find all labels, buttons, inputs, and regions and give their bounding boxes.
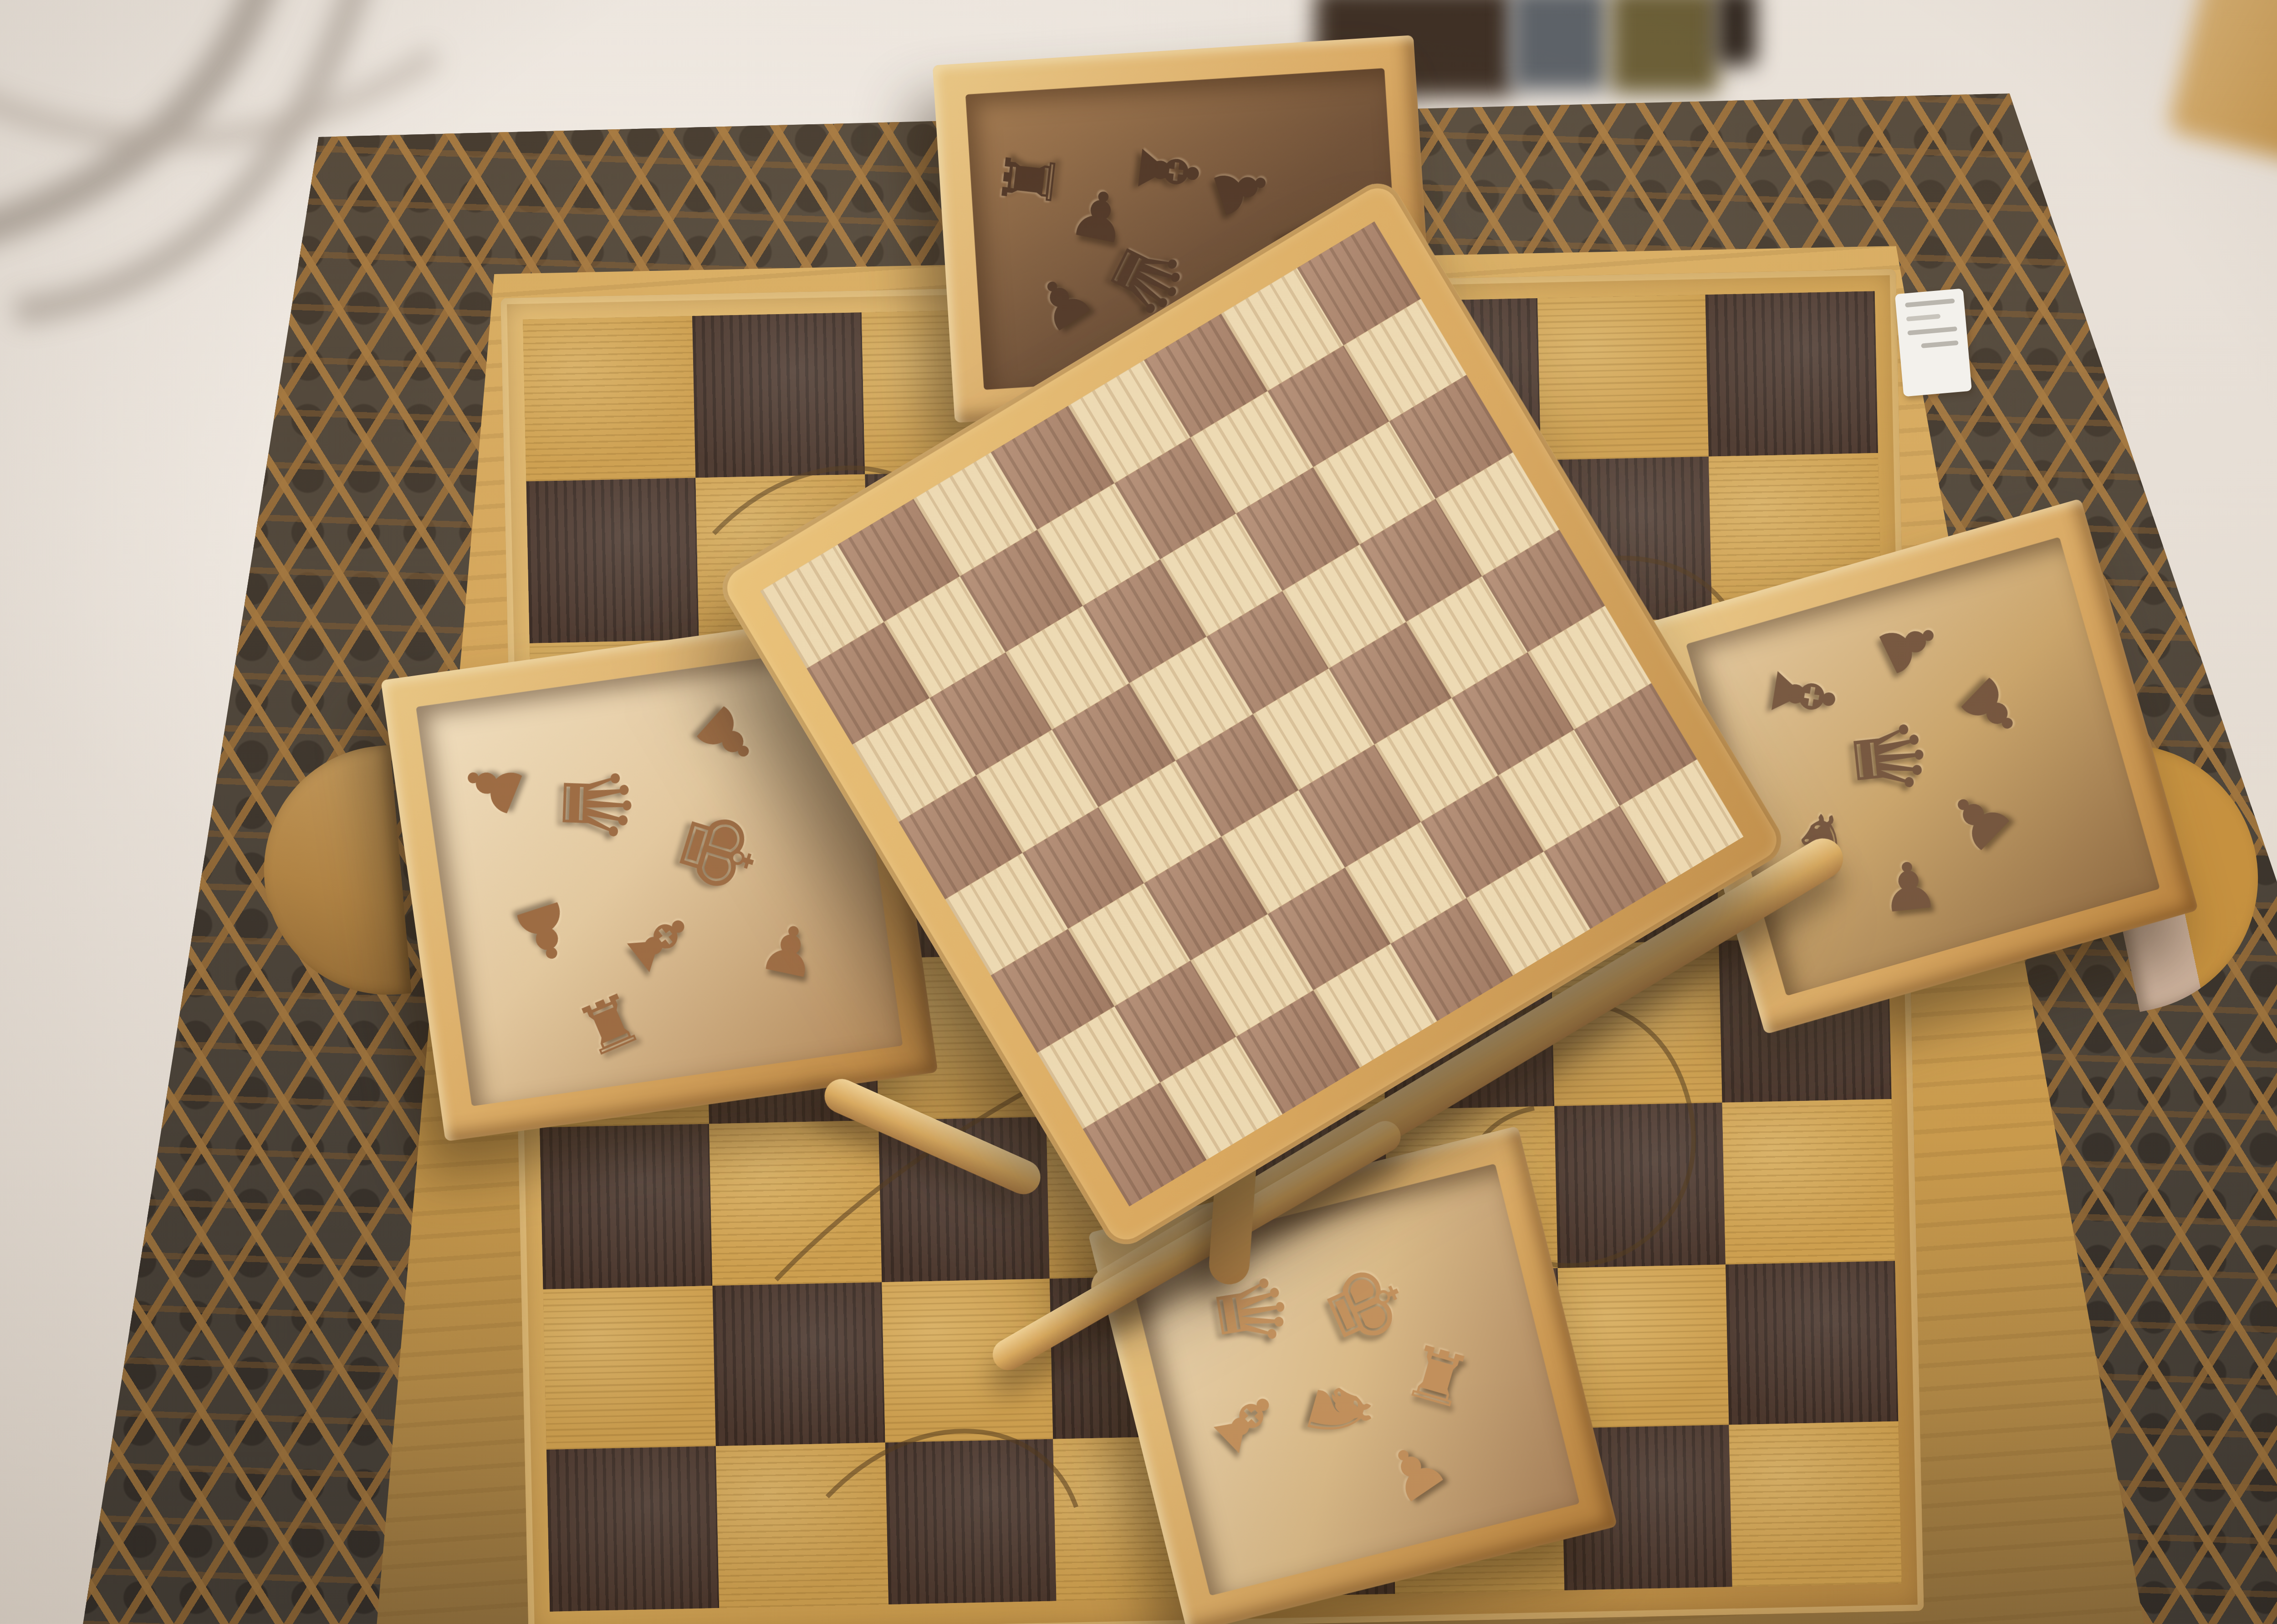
chess-piece-pawn[interactable]: ♟ <box>1022 260 1103 343</box>
blurred-background-object <box>1716 0 1756 66</box>
scene: ♜♟♝♟♛♟♞♟ ♟♛♟♚♟♝♟♜ ♝♟♛♟♞♟♟ ♛♚♝♞♜♟ <box>0 0 2277 1624</box>
board-square[interactable] <box>523 316 695 481</box>
board-square[interactable] <box>715 1443 888 1608</box>
chess-piece-queen[interactable]: ♛ <box>1199 1264 1300 1359</box>
chess-piece-bishop[interactable]: ♝ <box>1123 130 1212 211</box>
chess-piece-pawn[interactable]: ♟ <box>682 691 774 782</box>
chess-piece-rook[interactable]: ♜ <box>992 145 1067 214</box>
chess-piece-king[interactable]: ♚ <box>1306 1247 1425 1362</box>
chess-piece-pawn[interactable]: ♟ <box>1877 853 1942 924</box>
price-label <box>1895 288 1972 397</box>
board-square[interactable] <box>1722 1099 1894 1264</box>
board-square[interactable] <box>1537 295 1709 460</box>
chess-piece-bishop[interactable]: ♝ <box>1193 1369 1297 1473</box>
chess-piece-pawn[interactable]: ♟ <box>503 889 586 977</box>
board-square[interactable] <box>884 1440 1057 1605</box>
board-square[interactable] <box>1726 1260 1898 1425</box>
board-square[interactable] <box>692 312 864 478</box>
board-square[interactable] <box>546 1446 719 1612</box>
board-square[interactable] <box>1553 1102 1726 1268</box>
chess-piece-pawn[interactable]: ♟ <box>753 914 824 990</box>
board-square[interactable] <box>540 1124 712 1289</box>
chess-piece-pawn[interactable]: ♟ <box>1373 1429 1458 1516</box>
chess-piece-queen[interactable]: ♛ <box>1837 711 1939 804</box>
chess-piece-pawn[interactable]: ♟ <box>1864 602 1953 687</box>
board-square[interactable] <box>526 478 698 643</box>
tray-interior: ♝♟♛♟♞♟♟ <box>1686 537 2160 996</box>
chess-piece-queen[interactable]: ♛ <box>548 760 644 847</box>
board-square[interactable] <box>709 1120 881 1285</box>
chess-piece-bishop[interactable]: ♝ <box>608 890 712 993</box>
chess-piece-pawn[interactable]: ♟ <box>1945 663 2037 755</box>
board-square[interactable] <box>543 1285 715 1450</box>
chess-piece-pawn[interactable]: ♟ <box>1933 773 2025 865</box>
blurred-background-object <box>1511 0 1607 90</box>
chess-piece-rook[interactable]: ♜ <box>568 982 652 1069</box>
blurred-background-object <box>1610 0 1719 93</box>
board-square[interactable] <box>1705 291 1878 456</box>
chess-piece-rook[interactable]: ♜ <box>1398 1333 1479 1420</box>
chess-piece-pawn[interactable]: ♟ <box>449 744 536 827</box>
board-square[interactable] <box>712 1282 884 1447</box>
board-square[interactable] <box>1729 1422 1901 1587</box>
chess-piece-knight[interactable]: ♞ <box>1292 1365 1389 1457</box>
